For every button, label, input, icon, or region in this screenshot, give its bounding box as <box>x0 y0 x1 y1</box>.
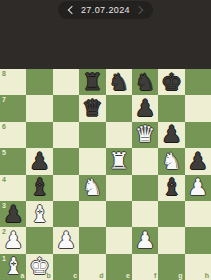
chess-board: 8♜♞♞♚7♛♟6♛♟5♟♜♞♟4♝♞♝♟3♟♝2♟♟♟1a♝b♚cdefgh <box>0 69 211 280</box>
square-f8[interactable]: ♞ <box>132 69 158 95</box>
square-f3[interactable] <box>132 201 158 227</box>
square-d7[interactable]: ♛ <box>79 95 105 121</box>
square-b6[interactable] <box>26 122 52 148</box>
date-picker-pill[interactable]: 27.07.2024 <box>58 1 153 19</box>
square-c3[interactable] <box>53 201 79 227</box>
square-c7[interactable] <box>53 95 79 121</box>
rank-label-5: 5 <box>2 149 6 156</box>
square-f1[interactable]: f <box>132 254 158 280</box>
black-bishop[interactable]: ♝ <box>26 175 52 201</box>
black-pawn[interactable]: ♟ <box>185 148 211 174</box>
square-h5[interactable]: ♟ <box>185 148 211 174</box>
square-e3[interactable] <box>106 201 132 227</box>
square-g8[interactable]: ♚ <box>158 69 184 95</box>
white-pawn[interactable]: ♟ <box>185 175 211 201</box>
square-c6[interactable] <box>53 122 79 148</box>
square-a4[interactable]: 4 <box>0 175 26 201</box>
black-bishop[interactable]: ♝ <box>158 175 184 201</box>
white-knight[interactable]: ♞ <box>158 148 184 174</box>
square-g7[interactable] <box>158 95 184 121</box>
square-e1[interactable]: e <box>106 254 132 280</box>
previous-day-button[interactable] <box>67 4 77 16</box>
square-f7[interactable]: ♟ <box>132 95 158 121</box>
square-a5[interactable]: 5 <box>0 148 26 174</box>
white-queen[interactable]: ♛ <box>132 122 158 148</box>
square-d2[interactable] <box>79 227 105 253</box>
square-h7[interactable] <box>185 95 211 121</box>
black-queen[interactable]: ♛ <box>79 95 105 121</box>
square-e4[interactable] <box>106 175 132 201</box>
square-b4[interactable]: ♝ <box>26 175 52 201</box>
square-g5[interactable]: ♞ <box>158 148 184 174</box>
white-pawn[interactable]: ♟ <box>132 227 158 253</box>
black-pawn[interactable]: ♟ <box>0 201 26 227</box>
white-bishop[interactable]: ♝ <box>26 201 52 227</box>
black-pawn[interactable]: ♟ <box>158 122 184 148</box>
puzzle-header: 27.07.2024 <box>0 0 211 69</box>
square-g4[interactable]: ♝ <box>158 175 184 201</box>
square-f2[interactable]: ♟ <box>132 227 158 253</box>
black-knight[interactable]: ♞ <box>132 69 158 95</box>
square-h3[interactable] <box>185 201 211 227</box>
square-e5[interactable]: ♜ <box>106 148 132 174</box>
file-label-e: e <box>126 272 130 279</box>
file-label-h: h <box>205 272 209 279</box>
rank-label-4: 4 <box>2 176 6 183</box>
square-f4[interactable] <box>132 175 158 201</box>
square-e7[interactable] <box>106 95 132 121</box>
square-a7[interactable]: 7 <box>0 95 26 121</box>
square-a8[interactable]: 8 <box>0 69 26 95</box>
square-g6[interactable]: ♟ <box>158 122 184 148</box>
chevron-left-icon <box>68 6 76 14</box>
square-d3[interactable] <box>79 201 105 227</box>
square-h2[interactable] <box>185 227 211 253</box>
square-b8[interactable] <box>26 69 52 95</box>
rank-label-7: 7 <box>2 96 6 103</box>
white-knight[interactable]: ♞ <box>79 175 105 201</box>
square-h1[interactable]: h <box>185 254 211 280</box>
next-day-button[interactable] <box>134 4 144 16</box>
file-label-f: f <box>154 272 156 279</box>
square-a6[interactable]: 6 <box>0 122 26 148</box>
white-rook[interactable]: ♜ <box>106 148 132 174</box>
black-pawn[interactable]: ♟ <box>132 95 158 121</box>
square-c4[interactable] <box>53 175 79 201</box>
square-a3[interactable]: 3♟ <box>0 201 26 227</box>
square-b3[interactable]: ♝ <box>26 201 52 227</box>
black-rook[interactable]: ♜ <box>79 69 105 95</box>
black-king[interactable]: ♚ <box>158 69 184 95</box>
white-pawn[interactable]: ♟ <box>53 227 79 253</box>
file-label-d: d <box>99 272 103 279</box>
square-e2[interactable] <box>106 227 132 253</box>
rank-label-8: 8 <box>2 70 6 77</box>
square-b7[interactable] <box>26 95 52 121</box>
square-f5[interactable] <box>132 148 158 174</box>
square-e6[interactable] <box>106 122 132 148</box>
square-d4[interactable]: ♞ <box>79 175 105 201</box>
file-label-c: c <box>73 272 77 279</box>
square-c1[interactable]: c <box>53 254 79 280</box>
puzzle-date-label: 27.07.2024 <box>81 1 130 19</box>
square-d6[interactable] <box>79 122 105 148</box>
square-h8[interactable] <box>185 69 211 95</box>
square-c2[interactable]: ♟ <box>53 227 79 253</box>
square-h4[interactable]: ♟ <box>185 175 211 201</box>
white-bishop[interactable]: ♝ <box>0 254 26 280</box>
square-g1[interactable]: g <box>158 254 184 280</box>
chevron-right-icon <box>135 6 143 14</box>
square-b5[interactable]: ♟ <box>26 148 52 174</box>
file-label-g: g <box>178 272 182 279</box>
square-a2[interactable]: 2♟ <box>0 227 26 253</box>
square-g3[interactable] <box>158 201 184 227</box>
square-g2[interactable] <box>158 227 184 253</box>
square-e8[interactable]: ♞ <box>106 69 132 95</box>
square-h6[interactable] <box>185 122 211 148</box>
white-king[interactable]: ♚ <box>26 254 52 280</box>
square-f6[interactable]: ♛ <box>132 122 158 148</box>
square-b2[interactable] <box>26 227 52 253</box>
square-d8[interactable]: ♜ <box>79 69 105 95</box>
daily-puzzle-screen: 27.07.2024 8♜♞♞♚7♛♟6♛♟5♟♜♞♟4♝♞♝♟3♟♝2♟♟♟1… <box>0 0 211 280</box>
rank-label-6: 6 <box>2 123 6 130</box>
white-pawn[interactable]: ♟ <box>0 227 26 253</box>
square-d5[interactable] <box>79 148 105 174</box>
black-knight[interactable]: ♞ <box>106 69 132 95</box>
square-c5[interactable] <box>53 148 79 174</box>
black-pawn[interactable]: ♟ <box>26 148 52 174</box>
square-a1[interactable]: 1a♝ <box>0 254 26 280</box>
square-c8[interactable] <box>53 69 79 95</box>
square-b1[interactable]: b♚ <box>26 254 52 280</box>
square-d1[interactable]: d <box>79 254 105 280</box>
